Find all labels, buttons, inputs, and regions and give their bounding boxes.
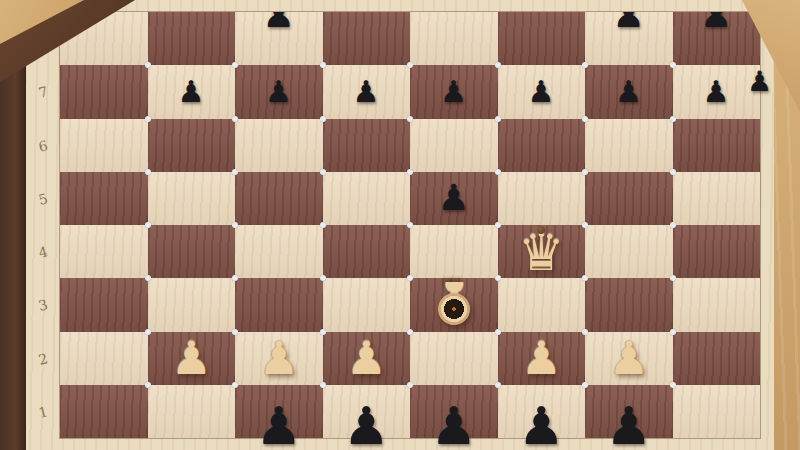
square-a5 [60,172,148,225]
rank-label-1: 1 [22,382,64,441]
square-b4 [148,225,236,278]
square-h5 [673,172,761,225]
queen-brown-ball-finial [537,226,545,234]
square-f4: ♛ [498,225,586,278]
white-pawn-d2: ♟ [323,332,411,385]
black-pawn-g8-partial-top: ♟ [585,12,673,65]
chessboard-photo-scene: 87654321 ♟♟♟♟♟♟♟♟♟♟♟♛♟♟♟♟♟♟♟♟♟♟♟ ♟ [0,0,800,450]
square-g6 [585,119,673,172]
square-e1: ♟ [410,385,498,438]
square-c2: ♟ [235,332,323,385]
corner-dot [145,222,151,228]
corner-dot [232,275,238,281]
square-a4 [60,225,148,278]
black-pawn-g1-partial-bottom: ♟ [585,385,673,450]
square-f8 [498,12,586,65]
black-pawn-e5: ♟ [410,172,498,225]
square-b3 [148,278,236,331]
white-pawn-e3-fallen: ♟ [410,278,498,331]
square-g1: ♟ [585,385,673,438]
square-h3 [673,278,761,331]
corner-dot [232,169,238,175]
square-h4 [673,225,761,278]
white-pawn-f2: ♟ [498,332,586,385]
square-c5 [235,172,323,225]
square-f5 [498,172,586,225]
square-d3 [323,278,411,331]
square-g4 [585,225,673,278]
black-pawn-f1-partial-bottom: ♟ [498,385,586,450]
square-c8: ♟ [235,12,323,65]
black-pawn-f7: ♟ [498,65,586,118]
square-b6 [148,119,236,172]
white-pawn-b2: ♟ [148,332,236,385]
square-c7: ♟ [235,65,323,118]
corner-dot [582,169,588,175]
square-c4 [235,225,323,278]
black-pawn-b7: ♟ [148,65,236,118]
chess-board: 87654321 ♟♟♟♟♟♟♟♟♟♟♟♛♟♟♟♟♟♟♟♟♟♟♟ [26,0,774,450]
square-f6 [498,119,586,172]
corner-dot [145,169,151,175]
square-b7: ♟ [148,65,236,118]
square-g8: ♟ [585,12,673,65]
black-pawn-h8-partial-top: ♟ [673,12,761,65]
rank-label-2: 2 [22,329,64,388]
square-g3 [585,278,673,331]
black-pawn-c8-partial-top: ♟ [235,12,323,65]
square-d4 [323,225,411,278]
square-e3: ♟ [410,278,498,331]
black-pawn-d1-partial-bottom: ♟ [323,385,411,450]
rank-label-7: 7 [22,62,64,121]
square-a2 [60,332,148,385]
square-b8 [148,12,236,65]
square-e8 [410,12,498,65]
board-grid: ♟♟♟♟♟♟♟♟♟♟♟♛♟♟♟♟♟♟♟♟♟♟♟ [60,12,760,438]
rank-label-6: 6 [22,116,64,175]
corner-dot [670,275,676,281]
black-pawn-e7: ♟ [410,65,498,118]
square-h1 [673,385,761,438]
square-d1: ♟ [323,385,411,438]
square-d2: ♟ [323,332,411,385]
square-h8: ♟ [673,12,761,65]
corner-dot [320,222,326,228]
square-c1: ♟ [235,385,323,438]
corner-dot [320,275,326,281]
square-d8 [323,12,411,65]
square-f7: ♟ [498,65,586,118]
rank-label-3: 3 [22,275,64,334]
square-e5: ♟ [410,172,498,225]
square-e7: ♟ [410,65,498,118]
square-b2: ♟ [148,332,236,385]
black-pawn-c7: ♟ [235,65,323,118]
square-f2: ♟ [498,332,586,385]
corner-dot [145,275,151,281]
fallen-pawn-base-disc [438,293,470,325]
square-g2: ♟ [585,332,673,385]
square-d7: ♟ [323,65,411,118]
square-e2 [410,332,498,385]
corner-dot [670,169,676,175]
square-f3 [498,278,586,331]
square-a1 [60,385,148,438]
white-pawn-c2: ♟ [235,332,323,385]
white-pawn-g2: ♟ [585,332,673,385]
square-f1: ♟ [498,385,586,438]
square-h6 [673,119,761,172]
square-e4 [410,225,498,278]
black-pawn-e1-partial-bottom: ♟ [410,385,498,450]
square-a3 [60,278,148,331]
rank-label-4: 4 [22,222,64,281]
square-e6 [410,119,498,172]
corner-dot [232,222,238,228]
black-pawn-g7: ♟ [585,65,673,118]
rank-label-5: 5 [22,169,64,228]
square-a7 [60,65,148,118]
square-h2 [673,332,761,385]
square-c6 [235,119,323,172]
black-pawn-c1-partial-bottom: ♟ [235,385,323,450]
square-a6 [60,119,148,172]
black-pawn-right-border: ♟ [747,68,772,96]
square-g5 [585,172,673,225]
square-b5 [148,172,236,225]
corner-dot [320,169,326,175]
square-d6 [323,119,411,172]
rank-labels: 87654321 [28,12,58,438]
square-c3 [235,278,323,331]
square-d5 [323,172,411,225]
square-b1 [148,385,236,438]
square-g7: ♟ [585,65,673,118]
black-pawn-d7: ♟ [323,65,411,118]
white-queen-f4: ♛ [498,225,586,278]
corner-dot [670,222,676,228]
